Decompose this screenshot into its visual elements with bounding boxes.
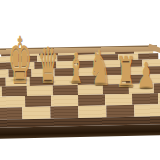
white-rook-piece: ♜ <box>114 51 138 94</box>
white-knight-piece: ♞ <box>87 44 113 93</box>
white-bishop-piece: ♝ <box>66 48 86 90</box>
white-king-piece: ♚ <box>6 28 34 93</box>
white-pawn-piece: ♟ <box>136 58 157 94</box>
board-square <box>51 95 78 107</box>
board-square <box>106 105 134 118</box>
board-square <box>78 105 106 118</box>
white-queen-piece: ♛ <box>37 41 60 91</box>
board-square <box>50 106 78 119</box>
board-square <box>22 107 50 120</box>
board-square <box>158 93 160 105</box>
board-square <box>134 104 160 117</box>
board-square <box>0 107 22 120</box>
chess-set-photo: ♚ ♛ ♝ ♞ ♜ ♟ <box>0 0 160 160</box>
